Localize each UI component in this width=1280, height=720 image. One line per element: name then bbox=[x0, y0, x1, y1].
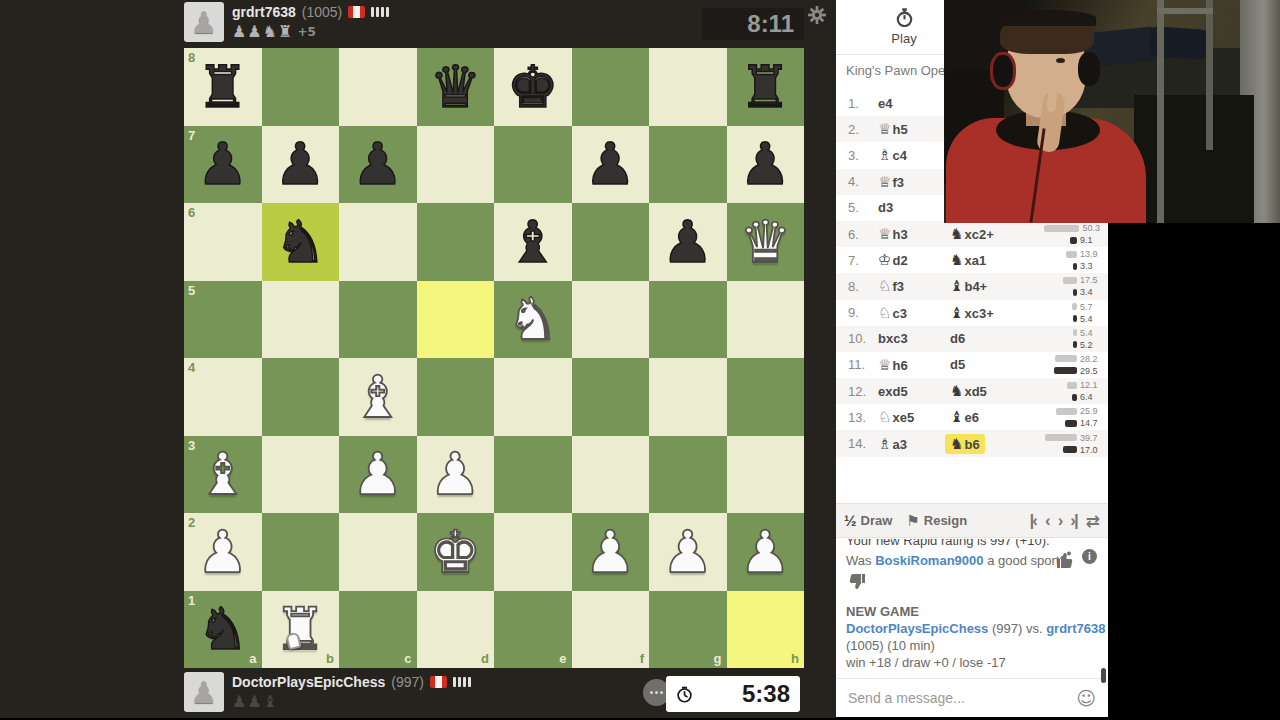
move-number: 5. bbox=[848, 200, 878, 215]
square-d4[interactable] bbox=[417, 358, 495, 436]
black-move[interactable]: ♝xc3+ bbox=[950, 304, 1022, 322]
piece-figurine-icon: ♗ bbox=[878, 146, 891, 164]
webcam-ladder-rung bbox=[1157, 8, 1213, 14]
white-move[interactable]: bxc3 bbox=[878, 331, 950, 346]
black-move[interactable]: ♞xd5 bbox=[950, 382, 1022, 400]
square-e1[interactable]: e bbox=[494, 591, 572, 669]
square-f7[interactable]: ♟ bbox=[572, 126, 650, 204]
captured-rook-icon: ♜ bbox=[278, 23, 292, 41]
square-d5[interactable] bbox=[417, 281, 495, 359]
move-row-14: 14.♗a3♞b639.717.0 bbox=[836, 430, 1108, 456]
white-queen-h6[interactable]: ♛ bbox=[727, 203, 805, 281]
white-move[interactable]: ♕h5 bbox=[878, 120, 950, 138]
bottom-player-captured-pieces: ♟♟♝ bbox=[232, 693, 277, 711]
chat-message-input[interactable] bbox=[848, 690, 1076, 706]
thumbs-down-icon[interactable] bbox=[848, 573, 868, 591]
move-time-bars: 17.53.4 bbox=[1044, 275, 1102, 298]
info-icon[interactable]: i bbox=[1082, 549, 1097, 564]
square-f3[interactable] bbox=[572, 436, 650, 514]
square-h2[interactable]: ♟ bbox=[727, 513, 805, 591]
bottom-player-rating: (997) bbox=[391, 674, 424, 690]
black-move[interactable]: ♞xa1 bbox=[950, 251, 1022, 269]
move-time-bars: 50.39.1 bbox=[1044, 223, 1102, 246]
square-h4[interactable] bbox=[727, 358, 805, 436]
square-d1[interactable]: d bbox=[417, 591, 495, 669]
white-pawn-f2[interactable]: ♟ bbox=[572, 513, 650, 591]
piece-figurine-icon: ♘ bbox=[878, 277, 891, 295]
white-knight-e5[interactable]: ♞ bbox=[494, 281, 572, 359]
chat-row: ☺ bbox=[836, 678, 1108, 717]
black-queen-d8[interactable]: ♛ bbox=[417, 48, 495, 126]
new-game-title: NEW GAME bbox=[846, 603, 1105, 620]
move-number: 13. bbox=[848, 410, 878, 425]
white-move[interactable]: ♕f3 bbox=[878, 173, 950, 191]
webcam-headphone-cup-right bbox=[1078, 52, 1100, 86]
move-number: 14. bbox=[848, 436, 878, 451]
square-c2[interactable] bbox=[339, 513, 417, 591]
top-player-flag-icon bbox=[348, 6, 365, 18]
square-f5[interactable] bbox=[572, 281, 650, 359]
move-number: 10. bbox=[848, 331, 878, 346]
black-rook-h8[interactable]: ♜ bbox=[727, 48, 805, 126]
white-pawn-a2[interactable]: ♟ bbox=[184, 513, 262, 591]
piece-figurine-icon: ♔ bbox=[878, 251, 891, 269]
square-c7[interactable]: ♟ bbox=[339, 126, 417, 204]
opponent-link[interactable]: BoskiRoman9000 bbox=[875, 553, 983, 568]
game-controls-bar: ½ Draw ⚑ Resign |‹ ‹ › ›| ⇄ bbox=[836, 503, 1108, 538]
stream-stage: ♟ grdrt7638 (1005) ♟♟♞♜+5 8:11 8♜♛♚♜7♟♟♟… bbox=[0, 0, 1280, 720]
bottom-player-clock: 5:38 bbox=[666, 676, 800, 712]
move-time-bars: 12.16.4 bbox=[1044, 380, 1102, 403]
black-king-e8[interactable]: ♚ bbox=[494, 48, 572, 126]
piece-figurine-icon: ♘ bbox=[878, 304, 891, 322]
bottom-player-connection-icon bbox=[453, 677, 471, 687]
square-a3[interactable]: 3♝ bbox=[184, 436, 262, 514]
white-bishop-a3[interactable]: ♝ bbox=[184, 436, 262, 514]
piece-figurine-icon: ♝ bbox=[950, 408, 963, 426]
white-move[interactable]: ♘xe5 bbox=[878, 408, 950, 426]
square-f6[interactable] bbox=[572, 203, 650, 281]
webcam-person-eye-right bbox=[1056, 58, 1065, 63]
move-row-11: 11.♕h6d528.229.5 bbox=[836, 352, 1108, 378]
captured-pawn-icon: ♟ bbox=[247, 693, 261, 711]
black-rook-a8[interactable]: ♜ bbox=[184, 48, 262, 126]
white-bishop-c4[interactable]: ♝ bbox=[339, 358, 417, 436]
square-e4[interactable] bbox=[494, 358, 572, 436]
piece-figurine-icon: ♕ bbox=[878, 225, 891, 243]
nav-prev-button[interactable]: ‹ bbox=[1045, 511, 1049, 531]
square-f4[interactable] bbox=[572, 358, 650, 436]
square-f8[interactable] bbox=[572, 48, 650, 126]
rank-label-5: 5 bbox=[188, 283, 195, 298]
square-e6[interactable]: ♝ bbox=[494, 203, 572, 281]
black-move[interactable]: ♝b4+ bbox=[950, 277, 1022, 295]
captured-pawn-icon: ♟ bbox=[232, 693, 246, 711]
move-row-12: 12.exd5♞xd512.16.4 bbox=[836, 378, 1108, 404]
settings-gear-icon[interactable] bbox=[808, 6, 826, 24]
black-bishop-e6[interactable]: ♝ bbox=[494, 203, 572, 281]
white-move[interactable]: ♕h6 bbox=[878, 356, 950, 374]
webcam-bed-lower bbox=[1134, 95, 1254, 223]
captured-bishop-icon: ♝ bbox=[263, 693, 277, 711]
white-player-link[interactable]: DoctorPlaysEpicChess bbox=[846, 621, 988, 636]
move-row-8: 8.♘f3♝b4+17.53.4 bbox=[836, 273, 1108, 299]
top-player-bar: ♟ grdrt7638 (1005) ♟♟♞♜+5 8:11 bbox=[184, 2, 804, 46]
move-number: 11. bbox=[848, 357, 878, 372]
square-c5[interactable] bbox=[339, 281, 417, 359]
move-number: 1. bbox=[848, 96, 878, 111]
black-pawn-g6[interactable]: ♟ bbox=[649, 203, 727, 281]
piece-figurine-icon: ♗ bbox=[878, 435, 891, 453]
half-point-icon: ½ bbox=[844, 512, 857, 529]
move-row-9: 9.♘c3♝xc3+5.75.4 bbox=[836, 300, 1108, 326]
black-player-link[interactable]: grdrt7638 bbox=[1046, 621, 1105, 636]
piece-figurine-icon: ♕ bbox=[878, 356, 891, 374]
move-time-bars: 13.93.3 bbox=[1044, 249, 1102, 272]
captured-pawn-icon: ♟ bbox=[247, 23, 261, 41]
black-move[interactable]: ♞b6 bbox=[950, 434, 1022, 454]
black-move[interactable]: ♝e6 bbox=[950, 408, 1022, 426]
move-number: 8. bbox=[848, 279, 878, 294]
black-move[interactable]: ♞xc2+ bbox=[950, 225, 1022, 243]
emoji-smiley-icon[interactable]: ☺ bbox=[1076, 687, 1096, 709]
move-time-bars: 5.45.2 bbox=[1044, 327, 1102, 350]
square-h5[interactable] bbox=[727, 281, 805, 359]
webcam-overlay bbox=[944, 0, 1280, 223]
square-c4[interactable]: ♝ bbox=[339, 358, 417, 436]
move-time-bars: 25.914.7 bbox=[1044, 406, 1102, 429]
black-move[interactable]: d5 bbox=[950, 357, 1022, 372]
file-label-c: c bbox=[404, 651, 411, 666]
piece-figurine-icon: ♞ bbox=[950, 251, 963, 269]
white-move[interactable]: ♕h3 bbox=[878, 225, 950, 243]
square-g4[interactable] bbox=[649, 358, 727, 436]
piece-figurine-icon: ♘ bbox=[878, 408, 891, 426]
black-knight-a1[interactable]: ♞ bbox=[184, 591, 262, 669]
square-b6[interactable]: ♞ bbox=[262, 203, 340, 281]
bottom-player-name[interactable]: DoctorPlaysEpicChess bbox=[232, 674, 385, 690]
webcam-headphone-band bbox=[996, 10, 1096, 26]
rank-label-4: 4 bbox=[188, 360, 195, 375]
flip-board-button[interactable]: ⇄ bbox=[1086, 511, 1100, 531]
white-move[interactable]: ♔d2 bbox=[878, 251, 950, 269]
thumbs-up-icon[interactable] bbox=[1054, 551, 1074, 569]
draw-button[interactable]: ½ Draw bbox=[844, 512, 892, 529]
square-d8[interactable]: ♛ bbox=[417, 48, 495, 126]
move-row-10: 10.bxc3d65.45.2 bbox=[836, 326, 1108, 352]
file-label-g: g bbox=[714, 651, 722, 666]
square-e5[interactable]: ♞ bbox=[494, 281, 572, 359]
move-row-13: 13.♘xe5♝e625.914.7 bbox=[836, 404, 1108, 430]
square-h7[interactable]: ♟ bbox=[727, 126, 805, 204]
top-player-clock: 8:11 bbox=[702, 8, 804, 40]
move-time-bars: 39.717.0 bbox=[1044, 432, 1102, 455]
nav-next-button[interactable]: › bbox=[1058, 511, 1062, 531]
move-row-6: 6.♕h3♞xc2+50.39.1 bbox=[836, 221, 1108, 247]
move-number: 12. bbox=[848, 384, 878, 399]
move-number: 4. bbox=[848, 174, 878, 189]
white-move[interactable]: ♗c4 bbox=[878, 146, 950, 164]
white-pawn-d3[interactable]: ♟ bbox=[417, 436, 495, 514]
square-c1[interactable]: c bbox=[339, 591, 417, 669]
square-c6[interactable] bbox=[339, 203, 417, 281]
white-move[interactable]: exd5 bbox=[878, 384, 950, 399]
square-f2[interactable]: ♟ bbox=[572, 513, 650, 591]
white-move[interactable]: ♗a3 bbox=[878, 435, 950, 453]
bottom-player-avatar[interactable]: ♟ bbox=[184, 672, 224, 712]
bottom-clock-wrap: 5:38 bbox=[666, 672, 800, 716]
white-move[interactable]: d3 bbox=[878, 200, 950, 215]
file-label-f: f bbox=[640, 651, 644, 666]
nav-last-button[interactable]: ›| bbox=[1070, 511, 1076, 531]
square-b7[interactable]: ♟ bbox=[262, 126, 340, 204]
square-b8[interactable] bbox=[262, 48, 340, 126]
square-e2[interactable] bbox=[494, 513, 572, 591]
move-time-bars: 5.75.4 bbox=[1044, 301, 1102, 324]
square-a2[interactable]: 2♟ bbox=[184, 513, 262, 591]
square-d2[interactable]: ♚ bbox=[417, 513, 495, 591]
white-pawn-h2[interactable]: ♟ bbox=[727, 513, 805, 591]
square-e8[interactable]: ♚ bbox=[494, 48, 572, 126]
piece-figurine-icon: ♕ bbox=[878, 173, 891, 191]
nav-first-button[interactable]: |‹ bbox=[1030, 511, 1036, 531]
black-move[interactable]: d6 bbox=[950, 331, 1022, 346]
move-number: 9. bbox=[848, 305, 878, 320]
tab-play-label: Play bbox=[891, 31, 916, 46]
square-a4[interactable]: 4 bbox=[184, 358, 262, 436]
top-player-connection-icon bbox=[371, 7, 389, 17]
square-a6[interactable]: 6 bbox=[184, 203, 262, 281]
square-a5[interactable]: 5 bbox=[184, 281, 262, 359]
square-g6[interactable]: ♟ bbox=[649, 203, 727, 281]
piece-figurine-icon: ♕ bbox=[878, 120, 891, 138]
file-label-d: d bbox=[481, 651, 489, 666]
square-f1[interactable]: f bbox=[572, 591, 650, 669]
sidebar-scrollbar[interactable] bbox=[1101, 668, 1106, 683]
square-g1[interactable]: g bbox=[649, 591, 727, 669]
game-over-panel: Your new Rapid rating is 997 (+10). Was … bbox=[836, 539, 1108, 678]
webcam-ladder-rail-1 bbox=[1157, 0, 1164, 223]
black-pawn-c7[interactable]: ♟ bbox=[339, 126, 417, 204]
white-king-d2[interactable]: ♚ bbox=[417, 513, 495, 591]
square-b1[interactable]: b♜ bbox=[262, 591, 340, 669]
piece-figurine-icon: ♞ bbox=[950, 382, 963, 400]
webcam-ladder-rung-2 bbox=[1157, 128, 1213, 134]
rating-update-text: Your new Rapid rating is 997 (+10). bbox=[846, 539, 1050, 548]
white-move[interactable]: e4 bbox=[878, 96, 950, 111]
white-move[interactable]: ♘f3 bbox=[878, 277, 950, 295]
file-label-e: e bbox=[559, 651, 566, 666]
top-player-avatar[interactable]: ♟ bbox=[184, 2, 224, 42]
good-sport-question: Was BoskiRoman9000 a good sport? bbox=[846, 553, 1067, 568]
square-a8[interactable]: 8♜ bbox=[184, 48, 262, 126]
piece-figurine-icon: ♞ bbox=[950, 435, 963, 453]
bottom-player-flag-icon bbox=[430, 676, 447, 688]
black-knight-b6[interactable]: ♞ bbox=[262, 203, 340, 281]
square-h8[interactable]: ♜ bbox=[727, 48, 805, 126]
captured-knight-icon: ♞ bbox=[263, 23, 277, 41]
black-pawn-h7[interactable]: ♟ bbox=[727, 126, 805, 204]
top-player-name[interactable]: grdrt7638 bbox=[232, 4, 296, 20]
square-g5[interactable] bbox=[649, 281, 727, 359]
file-label-h: h bbox=[791, 651, 799, 666]
piece-figurine-icon: ♝ bbox=[950, 304, 963, 322]
move-number: 3. bbox=[848, 148, 878, 163]
white-pawn-c3[interactable]: ♟ bbox=[339, 436, 417, 514]
webcam-headphone-cup-left bbox=[990, 52, 1016, 90]
square-b5[interactable] bbox=[262, 281, 340, 359]
square-g7[interactable] bbox=[649, 126, 727, 204]
square-a1[interactable]: 1a♞ bbox=[184, 591, 262, 669]
new-game-detail: (1005) (10 min) bbox=[846, 637, 1105, 654]
square-b2[interactable] bbox=[262, 513, 340, 591]
rating-odds: win +18 / draw +0 / lose -17 bbox=[846, 654, 1105, 671]
resign-flag-icon: ⚑ bbox=[906, 512, 919, 530]
stopwatch-icon bbox=[895, 8, 914, 27]
square-h6[interactable]: ♛ bbox=[727, 203, 805, 281]
move-number: 7. bbox=[848, 253, 878, 268]
piece-figurine-icon: ♞ bbox=[950, 225, 963, 243]
square-h1[interactable]: h bbox=[727, 591, 805, 669]
square-e3[interactable] bbox=[494, 436, 572, 514]
move-number: 2. bbox=[848, 122, 878, 137]
square-b4[interactable] bbox=[262, 358, 340, 436]
square-e7[interactable] bbox=[494, 126, 572, 204]
square-g2[interactable]: ♟ bbox=[649, 513, 727, 591]
move-row-7: 7.♔d2♞xa113.93.3 bbox=[836, 247, 1108, 273]
new-game-pairing: DoctorPlaysEpicChess (997) vs. grdrt7638 bbox=[846, 620, 1105, 637]
square-c3[interactable]: ♟ bbox=[339, 436, 417, 514]
black-pawn-f7[interactable]: ♟ bbox=[572, 126, 650, 204]
square-g8[interactable] bbox=[649, 48, 727, 126]
square-b3[interactable] bbox=[262, 436, 340, 514]
piece-figurine-icon: ♝ bbox=[950, 277, 963, 295]
square-d3[interactable]: ♟ bbox=[417, 436, 495, 514]
top-player-rating: (1005) bbox=[302, 4, 342, 20]
captured-pawn-icon: ♟ bbox=[232, 23, 246, 41]
chess-board[interactable]: 8♜♛♚♜7♟♟♟♟♟6♞♝♟♛5♞4♝3♝♟♟2♟♚♟♟♟1a♞b♜cdefg… bbox=[184, 48, 804, 668]
material-advantage: +5 bbox=[297, 23, 315, 41]
rank-label-6: 6 bbox=[188, 205, 195, 220]
resign-button[interactable]: ⚑ Resign bbox=[906, 512, 967, 530]
square-a7[interactable]: 7♟ bbox=[184, 126, 262, 204]
move-number: 6. bbox=[848, 227, 878, 242]
black-pawn-b7[interactable]: ♟ bbox=[262, 126, 340, 204]
square-h3[interactable] bbox=[727, 436, 805, 514]
square-g3[interactable] bbox=[649, 436, 727, 514]
square-d7[interactable] bbox=[417, 126, 495, 204]
top-player-captured-pieces: ♟♟♞♜+5 bbox=[232, 23, 316, 41]
white-pawn-g2[interactable]: ♟ bbox=[649, 513, 727, 591]
white-rook-b1[interactable]: ♜ bbox=[262, 591, 340, 669]
move-time-bars: 28.229.5 bbox=[1044, 353, 1102, 376]
clock-icon bbox=[676, 686, 693, 703]
square-d6[interactable] bbox=[417, 203, 495, 281]
black-pawn-a7[interactable]: ♟ bbox=[184, 126, 262, 204]
white-move[interactable]: ♘c3 bbox=[878, 304, 950, 322]
square-c8[interactable] bbox=[339, 48, 417, 126]
